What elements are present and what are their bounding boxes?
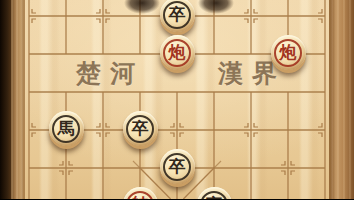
- piece-character: 炮: [280, 44, 297, 61]
- piece-character: 卒: [206, 196, 223, 200]
- piece-red-cannon[interactable]: 炮: [160, 35, 195, 70]
- piece-character: 卒: [132, 120, 149, 137]
- xiangqi-screenshot: 楚河 漢界 卒炮炮馬卒卒帥卒: [0, 0, 354, 199]
- piece-character: 卒: [169, 6, 186, 23]
- piece-black-soldier[interactable]: 卒: [160, 149, 195, 184]
- piece-character: 馬: [58, 120, 75, 137]
- piece-character: 卒: [169, 158, 186, 175]
- river-label-chu-he: 楚河: [64, 59, 156, 89]
- piece-black-horse[interactable]: 馬: [49, 111, 84, 146]
- piece-character: 炮: [169, 44, 186, 61]
- piece-character: 帥: [132, 196, 149, 200]
- piece-black-soldier[interactable]: 卒: [123, 111, 158, 146]
- piece-red-cannon[interactable]: 炮: [271, 35, 306, 70]
